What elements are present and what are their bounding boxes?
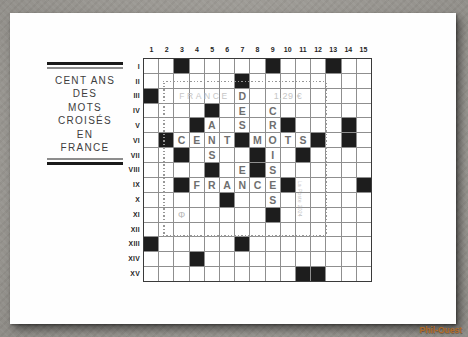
grid-cell	[144, 193, 158, 207]
grid-cell	[250, 148, 264, 162]
column-label: 3	[175, 45, 189, 55]
grid-cell: R	[266, 118, 280, 132]
grid-cell	[342, 74, 356, 88]
grid-cell	[190, 223, 204, 237]
grid-cell	[296, 193, 310, 207]
grid-cell	[144, 148, 158, 162]
grid-cell	[174, 163, 188, 177]
grid-cell: R	[205, 178, 219, 192]
column-label: 11	[296, 45, 310, 55]
grid-cell	[250, 59, 264, 73]
grid-cell: F	[190, 178, 204, 192]
column-label: 14	[341, 45, 355, 55]
column-label: 1	[145, 45, 159, 55]
grid-cell	[205, 163, 219, 177]
grid-cell	[357, 193, 371, 207]
grid-cell	[296, 178, 310, 192]
grid-cell	[235, 252, 249, 266]
grid-cell	[281, 208, 295, 222]
grid-cell	[190, 89, 204, 103]
grid-cell	[205, 252, 219, 266]
grid-cell	[281, 223, 295, 237]
grid-cell	[235, 267, 249, 281]
grid-cell	[342, 178, 356, 192]
grid-cell	[144, 163, 158, 177]
grid-cell	[144, 252, 158, 266]
grid-cell	[205, 104, 219, 118]
grid-cell	[159, 148, 173, 162]
grid-cell: E	[235, 163, 249, 177]
grid-cell	[266, 223, 280, 237]
grid-cell	[144, 74, 158, 88]
grid-cell	[159, 74, 173, 88]
grid-cell	[281, 89, 295, 103]
grid-cell	[357, 163, 371, 177]
grid-cell	[357, 118, 371, 132]
grid-cell: C	[174, 133, 188, 147]
grid-cell	[205, 223, 219, 237]
grid-cell	[281, 237, 295, 251]
grid-cell: T	[281, 133, 295, 147]
grid-cell	[281, 252, 295, 266]
grid-cell	[281, 178, 295, 192]
grid-cell	[311, 148, 325, 162]
grid-cell	[296, 252, 310, 266]
grid-cell	[159, 104, 173, 118]
grid-cell	[235, 237, 249, 251]
row-labels: IIIIIIIVVVIVIIVIIIIXXXIXIIXIIIXIVXV	[110, 60, 140, 281]
grid-cell	[357, 208, 371, 222]
grid-cell: T	[220, 133, 234, 147]
grid-cell	[190, 118, 204, 132]
grid-cell	[311, 237, 325, 251]
grid-cell	[250, 118, 264, 132]
grid-cell	[266, 89, 280, 103]
postcard: CENT ANSDESMOTSCROISÉSENFRANCE 123456789…	[10, 13, 456, 324]
grid-cell: N	[205, 133, 219, 147]
grid-cell	[220, 74, 234, 88]
grid-cell	[174, 193, 188, 207]
column-label: 15	[356, 45, 370, 55]
grid-cell	[357, 267, 371, 281]
grid-cell	[159, 59, 173, 73]
grid-cell	[250, 104, 264, 118]
grid-cell	[326, 178, 340, 192]
grid-cell	[205, 74, 219, 88]
grid-cell	[296, 223, 310, 237]
grid-cell	[311, 59, 325, 73]
grid-cell	[311, 193, 325, 207]
grid-cell	[235, 223, 249, 237]
grid-cell	[342, 223, 356, 237]
grid-cell	[159, 193, 173, 207]
grid-cell	[311, 163, 325, 177]
grid-cell	[235, 148, 249, 162]
grid-cell: I	[266, 148, 280, 162]
grid-cell	[281, 267, 295, 281]
grid-cell: O	[266, 133, 280, 147]
grid-cell	[296, 59, 310, 73]
column-label: 13	[326, 45, 340, 55]
grid-cell	[205, 193, 219, 207]
row-label: X	[110, 193, 140, 207]
grid-cell	[296, 237, 310, 251]
grid-cell	[174, 89, 188, 103]
grid-cell	[220, 252, 234, 266]
grid-cell	[326, 237, 340, 251]
grid-cell	[311, 252, 325, 266]
row-label: VIII	[110, 163, 140, 177]
grid-cell	[296, 208, 310, 222]
grid-cell	[144, 133, 158, 147]
grid-cell	[190, 267, 204, 281]
grid-cell	[250, 252, 264, 266]
grid-cell: M	[250, 133, 264, 147]
grid-cell	[266, 74, 280, 88]
grid-cell	[235, 193, 249, 207]
grid-cell	[357, 237, 371, 251]
grid-cell	[281, 74, 295, 88]
grid-cell	[144, 237, 158, 251]
grid-cell	[326, 89, 340, 103]
grid-cell	[342, 104, 356, 118]
grid-cell	[190, 252, 204, 266]
grid-cell	[190, 237, 204, 251]
grid-cell	[190, 193, 204, 207]
grid-cell	[190, 59, 204, 73]
grid-cell	[357, 252, 371, 266]
grid-cell	[205, 59, 219, 73]
grid-cell	[250, 237, 264, 251]
grid-cell	[296, 163, 310, 177]
grid-cell	[250, 223, 264, 237]
column-label: 12	[311, 45, 325, 55]
grid-cell	[311, 104, 325, 118]
grid-cell	[342, 252, 356, 266]
grid-cell	[311, 178, 325, 192]
grid-cell	[357, 104, 371, 118]
grid-cell	[220, 223, 234, 237]
grid-cell	[174, 118, 188, 132]
grid-cell	[342, 237, 356, 251]
grid-cell	[250, 163, 264, 177]
column-label: 9	[266, 45, 280, 55]
grid-cell	[281, 118, 295, 132]
grid-cell	[311, 208, 325, 222]
row-label: VI	[110, 134, 140, 148]
grid-cell	[266, 267, 280, 281]
grid-cell: A	[220, 178, 234, 192]
grid-cell: S	[266, 193, 280, 207]
grid-cell	[326, 163, 340, 177]
grid-cell	[250, 208, 264, 222]
grid-cell: C	[266, 104, 280, 118]
column-label: 5	[205, 45, 219, 55]
grid-cell	[357, 133, 371, 147]
grid-cell	[220, 193, 234, 207]
row-label: XIV	[110, 252, 140, 266]
grid-cell	[342, 163, 356, 177]
grid-cell	[311, 223, 325, 237]
grid-cell	[342, 193, 356, 207]
grid-cell	[174, 208, 188, 222]
grid-cell	[190, 208, 204, 222]
grid-cell	[357, 178, 371, 192]
photo-background: { "game": "crossword (mots croisés) — Fr…	[0, 0, 468, 337]
grid-cell	[220, 267, 234, 281]
grid-cell	[266, 208, 280, 222]
row-label: V	[110, 119, 140, 133]
column-label: 8	[250, 45, 264, 55]
row-label: IV	[110, 104, 140, 118]
grid-cell	[144, 208, 158, 222]
board: DECASRCENTMOTSSIESFRANCES	[143, 58, 372, 282]
grid-cell	[144, 223, 158, 237]
grid-cell: D	[235, 89, 249, 103]
grid-cell	[311, 267, 325, 281]
grid-cell	[174, 178, 188, 192]
grid-cell	[144, 89, 158, 103]
grid-cell	[296, 104, 310, 118]
grid-cell	[250, 267, 264, 281]
grid-cell	[220, 89, 234, 103]
grid-cell	[190, 74, 204, 88]
grid-cell	[326, 223, 340, 237]
grid-cell	[159, 133, 173, 147]
grid-cell: S	[235, 118, 249, 132]
grid-cell	[281, 163, 295, 177]
grid-cell	[281, 59, 295, 73]
grid-cell	[357, 59, 371, 73]
grid-cell	[174, 237, 188, 251]
grid-cell	[266, 59, 280, 73]
grid-cell	[205, 89, 219, 103]
column-label: 4	[190, 45, 204, 55]
grid-cell	[296, 74, 310, 88]
row-label: XIII	[110, 237, 140, 251]
grid-cell	[144, 118, 158, 132]
grid-cell	[190, 148, 204, 162]
grid-cell: N	[235, 178, 249, 192]
grid-cell	[250, 74, 264, 88]
grid-cell	[342, 89, 356, 103]
grid-cell	[235, 59, 249, 73]
grid-cell	[144, 178, 158, 192]
grid-cell	[342, 148, 356, 162]
grid-cell	[144, 104, 158, 118]
grid-cell	[174, 148, 188, 162]
grid-cell	[311, 133, 325, 147]
grid-cell	[326, 133, 340, 147]
grid-cell: S	[296, 133, 310, 147]
grid-cell	[311, 74, 325, 88]
grid-cell	[235, 74, 249, 88]
grid-cell	[326, 267, 340, 281]
column-label: 6	[220, 45, 234, 55]
grid-cell	[220, 163, 234, 177]
grid-cell: C	[250, 178, 264, 192]
grid-cell	[326, 59, 340, 73]
grid-cell	[174, 267, 188, 281]
grid-cell	[159, 223, 173, 237]
grid-cell	[296, 267, 310, 281]
row-label: VII	[110, 148, 140, 162]
grid-cell	[342, 118, 356, 132]
grid-cell	[190, 163, 204, 177]
grid-cell	[159, 237, 173, 251]
grid-cell	[326, 208, 340, 222]
grid-cell	[159, 208, 173, 222]
row-label: XV	[110, 267, 140, 281]
grid-cell	[250, 89, 264, 103]
grid-cell	[266, 252, 280, 266]
grid-cell	[296, 148, 310, 162]
grid-cell	[342, 267, 356, 281]
grid-cell: A	[205, 118, 219, 132]
grid-cell	[281, 148, 295, 162]
grid-cell	[357, 74, 371, 88]
grid-cell	[311, 89, 325, 103]
grid-cell	[296, 118, 310, 132]
grid-cell	[235, 133, 249, 147]
grid-cell	[266, 237, 280, 251]
grid-cell	[144, 59, 158, 73]
grid-cell	[220, 104, 234, 118]
grid-cell	[296, 89, 310, 103]
grid-cell	[326, 104, 340, 118]
grid-cell	[220, 237, 234, 251]
grid-cell: E	[266, 178, 280, 192]
grid-cell	[326, 118, 340, 132]
grid-cell	[326, 148, 340, 162]
grid-cell	[357, 223, 371, 237]
grid-cell: E	[190, 133, 204, 147]
grid-cell	[281, 104, 295, 118]
grid-cell	[250, 193, 264, 207]
grid-cell	[342, 208, 356, 222]
grid-cell	[174, 223, 188, 237]
grid-cell	[159, 118, 173, 132]
grid-cell	[159, 178, 173, 192]
grid-cell	[342, 133, 356, 147]
grid-cell	[311, 118, 325, 132]
grid-cell	[357, 148, 371, 162]
grid-cell	[326, 252, 340, 266]
grid-cell	[205, 208, 219, 222]
grid-cell	[326, 74, 340, 88]
grid-cell: S	[266, 163, 280, 177]
grid-cell	[174, 59, 188, 73]
row-label: II	[110, 74, 140, 88]
phil-ouest-credit: Phil-Ouest	[419, 325, 462, 335]
grid-cell: S	[205, 148, 219, 162]
grid-cell	[220, 208, 234, 222]
row-label: III	[110, 89, 140, 103]
column-label: 2	[160, 45, 174, 55]
row-label: XII	[110, 222, 140, 236]
grid-cell	[159, 252, 173, 266]
column-label: 10	[281, 45, 295, 55]
column-labels: 123456789101112131415	[145, 45, 371, 55]
grid-cell	[281, 193, 295, 207]
grid-cell	[159, 89, 173, 103]
grid-cell	[357, 89, 371, 103]
grid-cell	[159, 163, 173, 177]
grid-cell	[159, 267, 173, 281]
grid-cell: E	[235, 104, 249, 118]
grid-cell	[174, 74, 188, 88]
grid-cell	[205, 267, 219, 281]
grid-cell	[174, 252, 188, 266]
row-label: IX	[110, 178, 140, 192]
column-label: 7	[235, 45, 249, 55]
grid-cell	[190, 104, 204, 118]
row-label: XI	[110, 208, 140, 222]
grid-cell	[205, 237, 219, 251]
grid-cell	[220, 59, 234, 73]
grid-cell	[144, 267, 158, 281]
grid-cell	[174, 104, 188, 118]
grid-cell	[235, 208, 249, 222]
grid-cell	[326, 193, 340, 207]
grid-cell	[342, 59, 356, 73]
row-label: I	[110, 60, 140, 74]
grid-cell	[220, 118, 234, 132]
grid-cell	[220, 148, 234, 162]
